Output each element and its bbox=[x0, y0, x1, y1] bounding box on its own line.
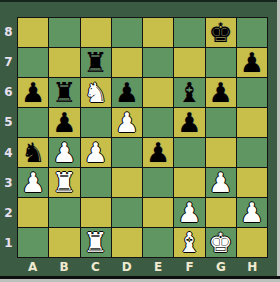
square-e7[interactable] bbox=[143, 48, 173, 77]
square-e2[interactable] bbox=[143, 198, 173, 227]
file-label-h: H bbox=[237, 258, 268, 276]
file-label-a: A bbox=[17, 258, 48, 276]
square-b4[interactable]: ♟ bbox=[49, 138, 79, 167]
white-pawn-a3[interactable]: ♟ bbox=[21, 169, 45, 196]
file-label-e: E bbox=[143, 258, 174, 276]
black-rook-c7[interactable]: ♜ bbox=[84, 49, 108, 76]
square-c6[interactable]: ♞ bbox=[81, 78, 111, 107]
black-pawn-g6[interactable]: ♟ bbox=[209, 79, 233, 106]
square-h4[interactable] bbox=[237, 138, 267, 167]
white-pawn-b4[interactable]: ♟ bbox=[52, 139, 76, 166]
square-f3[interactable] bbox=[174, 168, 204, 197]
square-d4[interactable] bbox=[112, 138, 142, 167]
black-king-g8[interactable]: ♚ bbox=[209, 19, 233, 46]
square-d8[interactable] bbox=[112, 18, 142, 47]
chess-board[interactable]: ♚♜♟♟♜♞♟♝♟♟♟♟♞♟♟♟♟♜♟♟♟♜♝♚ bbox=[17, 17, 268, 258]
square-c8[interactable] bbox=[81, 18, 111, 47]
white-pawn-d5[interactable]: ♟ bbox=[115, 109, 139, 136]
file-label-b: B bbox=[48, 258, 79, 276]
square-g6[interactable]: ♟ bbox=[206, 78, 236, 107]
square-g7[interactable] bbox=[206, 48, 236, 77]
rank-label-5: 5 bbox=[0, 107, 17, 137]
white-pawn-g3[interactable]: ♟ bbox=[209, 169, 233, 196]
black-pawn-f5[interactable]: ♟ bbox=[177, 109, 201, 136]
square-c2[interactable] bbox=[81, 198, 111, 227]
white-knight-c6[interactable]: ♞ bbox=[84, 79, 108, 106]
rank-label-4: 4 bbox=[0, 138, 17, 168]
square-g2[interactable] bbox=[206, 198, 236, 227]
rank-label-6: 6 bbox=[0, 77, 17, 107]
black-pawn-h7[interactable]: ♟ bbox=[240, 49, 264, 76]
square-c3[interactable] bbox=[81, 168, 111, 197]
square-b2[interactable] bbox=[49, 198, 79, 227]
square-h7[interactable]: ♟ bbox=[237, 48, 267, 77]
black-pawn-e4[interactable]: ♟ bbox=[146, 139, 170, 166]
file-label-f: F bbox=[174, 258, 205, 276]
rank-label-8: 8 bbox=[0, 17, 17, 47]
white-rook-b3[interactable]: ♜ bbox=[52, 169, 76, 196]
square-h1[interactable] bbox=[237, 228, 267, 257]
square-c4[interactable]: ♟ bbox=[81, 138, 111, 167]
white-pawn-c4[interactable]: ♟ bbox=[84, 139, 108, 166]
square-g5[interactable] bbox=[206, 108, 236, 137]
white-pawn-f2[interactable]: ♟ bbox=[177, 199, 201, 226]
window-edge-top bbox=[0, 0, 280, 2]
rank-label-1: 1 bbox=[0, 228, 17, 258]
square-b1[interactable] bbox=[49, 228, 79, 257]
square-d3[interactable] bbox=[112, 168, 142, 197]
square-g8[interactable]: ♚ bbox=[206, 18, 236, 47]
square-a5[interactable] bbox=[18, 108, 48, 137]
rank-label-7: 7 bbox=[0, 47, 17, 77]
square-h5[interactable] bbox=[237, 108, 267, 137]
square-d2[interactable] bbox=[112, 198, 142, 227]
square-d5[interactable]: ♟ bbox=[112, 108, 142, 137]
square-c7[interactable]: ♜ bbox=[81, 48, 111, 77]
square-g3[interactable]: ♟ bbox=[206, 168, 236, 197]
square-b8[interactable] bbox=[49, 18, 79, 47]
square-g1[interactable]: ♚ bbox=[206, 228, 236, 257]
square-g4[interactable] bbox=[206, 138, 236, 167]
square-c1[interactable]: ♜ bbox=[81, 228, 111, 257]
square-f1[interactable]: ♝ bbox=[174, 228, 204, 257]
square-f7[interactable] bbox=[174, 48, 204, 77]
square-a8[interactable] bbox=[18, 18, 48, 47]
window-edge-right bbox=[277, 0, 280, 282]
square-b6[interactable]: ♜ bbox=[49, 78, 79, 107]
square-h3[interactable] bbox=[237, 168, 267, 197]
chess-board-window: 87654321 ♚♜♟♟♜♞♟♝♟♟♟♟♞♟♟♟♟♜♟♟♟♜♝♚ ABCDEF… bbox=[0, 0, 280, 282]
rank-label-3: 3 bbox=[0, 168, 17, 198]
white-bishop-f1[interactable]: ♝ bbox=[177, 229, 201, 256]
square-f8[interactable] bbox=[174, 18, 204, 47]
square-f6[interactable]: ♝ bbox=[174, 78, 204, 107]
square-a3[interactable]: ♟ bbox=[18, 168, 48, 197]
rank-labels: 87654321 bbox=[0, 17, 17, 258]
white-pawn-h2[interactable]: ♟ bbox=[240, 199, 264, 226]
white-king-g1[interactable]: ♚ bbox=[209, 229, 233, 256]
square-e8[interactable] bbox=[143, 18, 173, 47]
square-f4[interactable] bbox=[174, 138, 204, 167]
square-a7[interactable] bbox=[18, 48, 48, 77]
square-a2[interactable] bbox=[18, 198, 48, 227]
square-f2[interactable]: ♟ bbox=[174, 198, 204, 227]
square-a1[interactable] bbox=[18, 228, 48, 257]
file-labels: ABCDEFGH bbox=[17, 258, 268, 276]
square-d7[interactable] bbox=[112, 48, 142, 77]
black-rook-b6[interactable]: ♜ bbox=[52, 79, 76, 106]
square-e6[interactable] bbox=[143, 78, 173, 107]
square-e1[interactable] bbox=[143, 228, 173, 257]
rank-label-2: 2 bbox=[0, 198, 17, 228]
square-b3[interactable]: ♜ bbox=[49, 168, 79, 197]
square-h8[interactable] bbox=[237, 18, 267, 47]
black-bishop-f6[interactable]: ♝ bbox=[177, 79, 201, 106]
square-a6[interactable]: ♟ bbox=[18, 78, 48, 107]
square-d6[interactable]: ♟ bbox=[112, 78, 142, 107]
square-b5[interactable]: ♟ bbox=[49, 108, 79, 137]
square-c5[interactable] bbox=[81, 108, 111, 137]
square-a4[interactable]: ♞ bbox=[18, 138, 48, 167]
file-label-g: G bbox=[205, 258, 236, 276]
square-d1[interactable] bbox=[112, 228, 142, 257]
square-h2[interactable]: ♟ bbox=[237, 198, 267, 227]
file-label-c: C bbox=[80, 258, 111, 276]
square-e4[interactable]: ♟ bbox=[143, 138, 173, 167]
file-label-d: D bbox=[111, 258, 142, 276]
square-b7[interactable] bbox=[49, 48, 79, 77]
square-h6[interactable] bbox=[237, 78, 267, 107]
black-pawn-a6[interactable]: ♟ bbox=[21, 79, 45, 106]
square-f5[interactable]: ♟ bbox=[174, 108, 204, 137]
square-e3[interactable] bbox=[143, 168, 173, 197]
square-e5[interactable] bbox=[143, 108, 173, 137]
black-knight-a4[interactable]: ♞ bbox=[21, 139, 45, 166]
black-pawn-b5[interactable]: ♟ bbox=[52, 109, 76, 136]
white-rook-c1[interactable]: ♜ bbox=[84, 229, 108, 256]
black-pawn-d6[interactable]: ♟ bbox=[115, 79, 139, 106]
